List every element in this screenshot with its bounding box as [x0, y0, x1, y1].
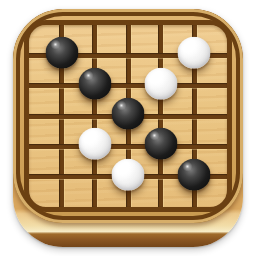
- stone-black: [45, 37, 78, 69]
- stone-black: [178, 158, 211, 190]
- stone-black: [78, 67, 111, 99]
- stones-layer: [29, 25, 227, 207]
- page-background: { "game": "gomoku", "app": { "title": "G…: [0, 0, 256, 256]
- stone-white: [144, 67, 177, 99]
- gomoku-app-icon[interactable]: [13, 9, 243, 247]
- stone-white: [78, 128, 111, 160]
- stone-black: [144, 128, 177, 160]
- board-field: [24, 20, 232, 212]
- stone-black: [112, 98, 145, 130]
- stone-white: [178, 37, 211, 69]
- board: [13, 9, 243, 223]
- stone-white: [112, 158, 145, 190]
